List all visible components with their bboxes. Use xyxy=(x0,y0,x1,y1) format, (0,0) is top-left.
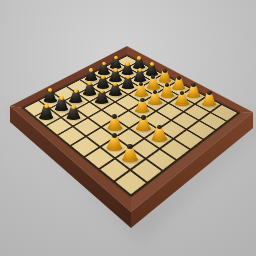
piece-tip-knob xyxy=(89,68,93,72)
piece-yellow[interactable] xyxy=(107,114,122,131)
piece-black[interactable] xyxy=(95,89,109,105)
piece-black[interactable] xyxy=(109,82,122,97)
piece-black[interactable] xyxy=(134,68,147,83)
piece-tip-knob xyxy=(177,76,181,80)
piece-black[interactable] xyxy=(66,105,80,121)
piece-black[interactable] xyxy=(98,62,110,76)
piece-tip-knob xyxy=(101,75,105,79)
scene-3d-render xyxy=(0,0,256,256)
piece-tip-knob xyxy=(74,89,79,93)
piece-tip-knob xyxy=(113,68,117,72)
piece-tip-knob xyxy=(102,62,106,66)
piece-black[interactable] xyxy=(121,62,133,76)
piece-yellow[interactable] xyxy=(135,98,149,114)
piece-tip-knob xyxy=(150,62,154,66)
piece-yellow[interactable] xyxy=(147,75,160,90)
piece-yellow[interactable] xyxy=(160,83,174,98)
piece-tip-knob xyxy=(137,56,141,60)
piece-tip-knob xyxy=(71,105,76,109)
piece-tip-knob xyxy=(114,56,118,60)
piece-yellow[interactable] xyxy=(134,82,147,97)
piece-black[interactable] xyxy=(39,104,53,120)
piece-black[interactable] xyxy=(145,62,158,76)
piece-tip-knob xyxy=(163,69,167,73)
piece-yellow[interactable] xyxy=(152,125,168,143)
piece-yellow[interactable] xyxy=(148,90,162,106)
piece-yellow[interactable] xyxy=(136,115,151,132)
piece-black[interactable] xyxy=(96,75,109,90)
piece-tip-knob xyxy=(207,91,212,95)
piece-yellow[interactable] xyxy=(107,133,123,151)
piece-tip-knob xyxy=(140,98,145,102)
piece-tip-knob xyxy=(112,114,117,119)
piece-yellow[interactable] xyxy=(202,91,216,107)
piece-tip-knob xyxy=(126,75,130,79)
piece-black[interactable] xyxy=(109,68,122,83)
piece-yellow[interactable] xyxy=(158,69,171,84)
piece-yellow[interactable] xyxy=(175,91,189,107)
piece-yellow[interactable] xyxy=(172,76,185,91)
piece-black[interactable] xyxy=(69,89,83,105)
piece-black[interactable] xyxy=(121,75,134,90)
piece-tip-knob xyxy=(44,104,49,108)
piece-tip-knob xyxy=(125,62,129,66)
frame-inner-seams xyxy=(0,0,256,256)
piece-tip-knob xyxy=(141,115,146,120)
piece-tip-knob xyxy=(180,91,185,95)
piece-yellow[interactable] xyxy=(122,144,138,163)
